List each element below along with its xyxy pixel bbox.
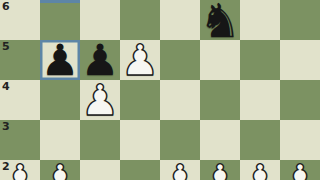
white-pawn-h2[interactable]: ♟ — [280, 160, 320, 180]
square-c6[interactable] — [80, 0, 120, 40]
square-c2[interactable] — [80, 160, 120, 180]
square-f3[interactable] — [200, 120, 240, 160]
square-d5[interactable]: ♟ — [120, 40, 160, 80]
rank-label-3: 3 — [2, 120, 10, 134]
square-h5[interactable] — [280, 40, 320, 80]
black-pawn-c5[interactable]: ♟ — [80, 40, 120, 80]
square-e3[interactable] — [160, 120, 200, 160]
square-h4[interactable] — [280, 80, 320, 120]
square-d3[interactable] — [120, 120, 160, 160]
square-g4[interactable] — [240, 80, 280, 120]
white-pawn-c4[interactable]: ♟ — [80, 80, 120, 120]
black-knight-f6[interactable]: ♞ — [200, 0, 240, 40]
square-a5[interactable]: 5 — [0, 40, 40, 80]
square-e2[interactable]: ♟ — [160, 160, 200, 180]
square-f2[interactable]: ♟ — [200, 160, 240, 180]
square-e5[interactable] — [160, 40, 200, 80]
square-a2[interactable]: 2♟ — [0, 160, 40, 180]
black-pawn-b5[interactable]: ♟ — [40, 40, 80, 80]
rank-label-6: 6 — [2, 0, 10, 14]
square-f4[interactable] — [200, 80, 240, 120]
square-g6[interactable] — [240, 0, 280, 40]
square-g5[interactable] — [240, 40, 280, 80]
square-b6[interactable] — [40, 0, 80, 40]
square-a3[interactable]: 3 — [0, 120, 40, 160]
rank-label-5: 5 — [2, 40, 10, 54]
white-pawn-g2[interactable]: ♟ — [240, 160, 280, 180]
square-e6[interactable] — [160, 0, 200, 40]
chess-board: 6♞5♟♟♟4♟32♟♟♟♟♟♟ — [0, 0, 320, 180]
square-e4[interactable] — [160, 80, 200, 120]
square-c3[interactable] — [80, 120, 120, 160]
white-pawn-e2[interactable]: ♟ — [160, 160, 200, 180]
square-g3[interactable] — [240, 120, 280, 160]
square-c4[interactable]: ♟ — [80, 80, 120, 120]
square-b3[interactable] — [40, 120, 80, 160]
square-c5[interactable]: ♟ — [80, 40, 120, 80]
square-d4[interactable] — [120, 80, 160, 120]
white-pawn-b2[interactable]: ♟ — [40, 160, 80, 180]
square-b4[interactable] — [40, 80, 80, 120]
square-h2[interactable]: ♟ — [280, 160, 320, 180]
highlight-b7-bottom-edge — [40, 0, 80, 3]
square-a6[interactable]: 6 — [0, 0, 40, 40]
square-f6[interactable]: ♞ — [200, 0, 240, 40]
square-a4[interactable]: 4 — [0, 80, 40, 120]
square-b2[interactable]: ♟ — [40, 160, 80, 180]
white-pawn-f2[interactable]: ♟ — [200, 160, 240, 180]
white-pawn-d5[interactable]: ♟ — [120, 40, 160, 80]
square-d6[interactable] — [120, 0, 160, 40]
square-b5[interactable]: ♟ — [40, 40, 80, 80]
rank-label-2: 2 — [2, 160, 10, 174]
chess-app-viewport: { "game": "chess", "position": { "fen": … — [0, 0, 320, 180]
square-h6[interactable] — [280, 0, 320, 40]
square-d2[interactable] — [120, 160, 160, 180]
square-g2[interactable]: ♟ — [240, 160, 280, 180]
square-h3[interactable] — [280, 120, 320, 160]
rank-label-4: 4 — [2, 80, 10, 94]
